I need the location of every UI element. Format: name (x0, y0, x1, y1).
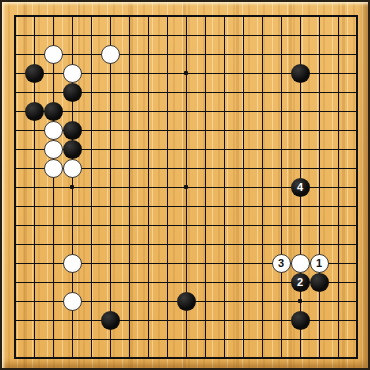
stone-white (44, 140, 63, 159)
stone-black-move-4: 4 (291, 178, 310, 197)
stone-black (63, 121, 82, 140)
star-point (184, 185, 188, 189)
move-number-label: 2 (297, 277, 303, 288)
stone-black (63, 83, 82, 102)
stone-white (63, 159, 82, 178)
stone-white-move-3: 3 (272, 254, 291, 273)
stone-white (44, 121, 63, 140)
stone-white (291, 254, 310, 273)
stone-white (63, 254, 82, 273)
stone-white (63, 292, 82, 311)
stone-black (101, 311, 120, 330)
stone-black (310, 273, 329, 292)
move-number-label: 4 (297, 182, 303, 193)
stone-white (44, 159, 63, 178)
move-number-label: 1 (316, 258, 322, 269)
stone-white-move-1: 1 (310, 254, 329, 273)
stone-black (63, 140, 82, 159)
stone-white (101, 45, 120, 64)
star-point (184, 71, 188, 75)
stone-white (44, 45, 63, 64)
star-point (298, 299, 302, 303)
stone-black (25, 64, 44, 83)
stone-black (291, 64, 310, 83)
stone-black (291, 311, 310, 330)
go-diagram: 4312 (0, 0, 370, 370)
stone-black-move-2: 2 (291, 273, 310, 292)
stone-white (63, 64, 82, 83)
stone-black (44, 102, 63, 121)
move-number-label: 3 (278, 258, 284, 269)
go-board[interactable]: 4312 (0, 0, 370, 370)
stone-black (177, 292, 196, 311)
stone-black (25, 102, 44, 121)
star-point (70, 185, 74, 189)
